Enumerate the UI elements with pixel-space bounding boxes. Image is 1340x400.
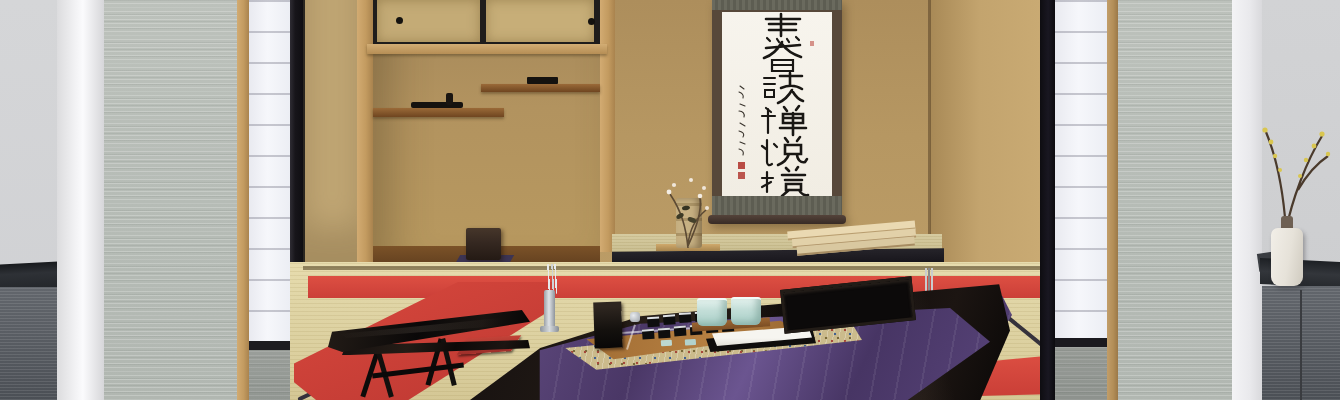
incense-tile	[679, 312, 692, 323]
left-fusuma-panel	[303, 0, 362, 268]
celadon-chip	[661, 340, 672, 347]
shelf-upper-utensil	[527, 77, 558, 84]
cabinet-bottom-board	[367, 44, 607, 54]
incense-tile	[642, 329, 655, 340]
shelf-lower-knob	[446, 93, 453, 105]
yellow-blossom-branch	[1244, 104, 1340, 234]
cabinet-door-left	[377, 0, 480, 42]
right-shoji-frame-strip	[1107, 0, 1118, 400]
right-shoji-rail	[1055, 338, 1107, 347]
left-shoji-rail	[249, 341, 290, 350]
left-textured-panel	[104, 0, 237, 400]
right-textured-panel	[1118, 0, 1232, 400]
left-shoji-lower-panel	[249, 350, 290, 400]
tiny-silver-cup	[630, 312, 640, 322]
right-reveal-wall	[930, 0, 1040, 272]
incense-box	[466, 228, 501, 260]
staggered-shelf-lower	[373, 108, 504, 117]
cabinet-door-pull-left	[396, 17, 403, 24]
shelf-lower-flute	[411, 102, 463, 108]
wall-corner-line	[928, 0, 931, 268]
incense-tile	[674, 326, 687, 337]
celadon-cup-right	[731, 297, 761, 325]
celadon-chip	[685, 339, 696, 346]
alcove-pillar-right	[600, 0, 615, 252]
cabinet-door-pull-right	[588, 18, 595, 25]
celadon-cup-left	[697, 298, 727, 326]
white-vase-body	[1271, 228, 1303, 286]
white-column-left	[57, 0, 104, 400]
alcove-pillar-left	[357, 0, 373, 270]
right-shoji-screen	[1055, 0, 1107, 338]
left-shoji-screen	[249, 0, 290, 341]
silver-tool-stand-base	[540, 326, 559, 332]
black-utensil-box	[593, 302, 623, 349]
left-shoji-frame-strip	[237, 0, 249, 400]
right-shoji-lower-panel	[1055, 347, 1107, 400]
incense-tile	[663, 314, 676, 325]
silver-tool-stand	[544, 290, 555, 328]
incense-tile	[658, 328, 671, 339]
incense-ceremony-room-photo: 薫香誘禅悦境 小さな草書の落款と朱印二つ	[0, 0, 1340, 400]
cabinet-door-right	[486, 0, 594, 42]
incense-tile	[647, 316, 660, 327]
left-counter-front	[0, 287, 58, 400]
ikebana-branches	[640, 158, 735, 253]
staggered-shelf-upper	[481, 84, 600, 92]
right-counter-seam	[1300, 290, 1302, 400]
calligraphy-strokes	[722, 12, 832, 196]
right-opening-frame	[1040, 0, 1055, 400]
scroll-paper: 薫香誘禅悦境 小さな草書の落款と朱印二つ	[722, 12, 832, 196]
